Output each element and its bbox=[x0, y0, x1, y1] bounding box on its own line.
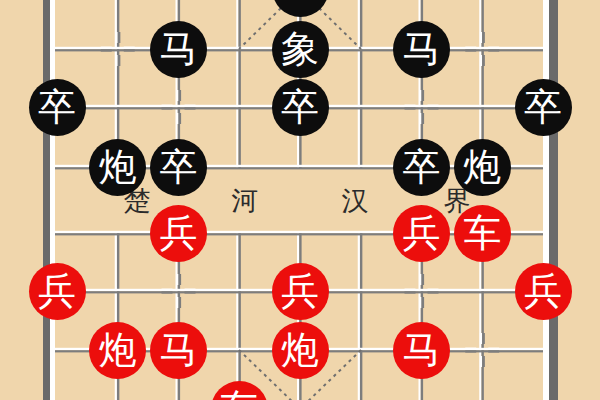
board-border-right bbox=[543, 0, 558, 400]
piece-black-soldier[interactable]: 卒 bbox=[272, 79, 329, 136]
piece-red-cannon[interactable]: 炮 bbox=[89, 322, 146, 379]
river-label-he: 河 bbox=[232, 183, 259, 219]
piece-black-elephant[interactable]: 象 bbox=[272, 21, 329, 78]
board-border-left bbox=[43, 0, 55, 400]
piece-black-horse[interactable]: 马 bbox=[393, 21, 450, 78]
piece-red-soldier[interactable]: 兵 bbox=[515, 263, 572, 320]
piece-red-horse[interactable]: 马 bbox=[393, 322, 450, 379]
xiangqi-board: 楚 河 汉 界 马象马卒卒卒炮卒卒炮兵兵车兵兵兵炮马炮马车 bbox=[0, 0, 600, 400]
piece-red-soldier[interactable]: 兵 bbox=[393, 205, 450, 262]
piece-black-cannon[interactable]: 炮 bbox=[89, 139, 146, 196]
piece-black-cannon[interactable]: 炮 bbox=[454, 139, 511, 196]
piece-red-soldier[interactable]: 兵 bbox=[150, 205, 207, 262]
piece-black-horse[interactable]: 马 bbox=[150, 21, 207, 78]
piece-red-chariot[interactable]: 车 bbox=[454, 205, 511, 262]
piece-black-soldier[interactable]: 卒 bbox=[150, 139, 207, 196]
piece-black-soldier[interactable]: 卒 bbox=[515, 79, 572, 136]
piece-red-cannon[interactable]: 炮 bbox=[272, 322, 329, 379]
piece-red-soldier[interactable]: 兵 bbox=[29, 263, 86, 320]
piece-red-horse[interactable]: 马 bbox=[150, 322, 207, 379]
piece-red-soldier[interactable]: 兵 bbox=[272, 263, 329, 320]
piece-black-soldier[interactable]: 卒 bbox=[29, 79, 86, 136]
piece-black-soldier[interactable]: 卒 bbox=[393, 139, 450, 196]
river-label-han: 汉 bbox=[342, 183, 369, 219]
